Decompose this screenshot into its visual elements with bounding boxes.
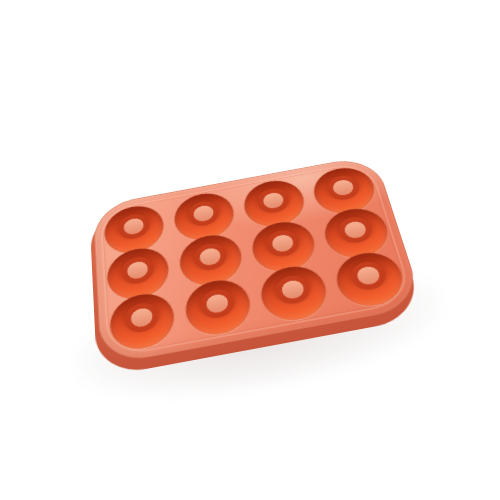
cavity-center-post [130, 307, 153, 329]
cavity-center-post [280, 279, 305, 301]
cavity-center-post [343, 220, 368, 240]
cavity-center-post [199, 247, 222, 267]
product-photo [0, 0, 500, 500]
mold-cavity-r3c1 [109, 289, 177, 354]
mold-cavity-r3c2 [183, 275, 254, 339]
cavity-center-post [331, 179, 355, 197]
cavity-center-post [193, 204, 215, 223]
cavity-center-post [271, 233, 295, 253]
mold-cavity-r3c3 [257, 262, 332, 326]
cavity-center-post [123, 217, 144, 236]
cavity-center-post [127, 260, 149, 280]
cavity-center-post [205, 293, 229, 315]
cavity-center-post [355, 265, 381, 286]
cavity-center-post [262, 191, 285, 210]
mold-cavity-r3c4 [331, 248, 409, 311]
